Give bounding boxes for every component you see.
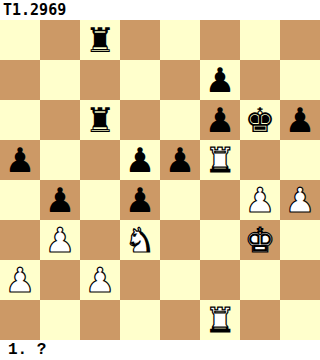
square-e5[interactable]: ♟ [160,140,200,180]
square-b2[interactable] [40,260,80,300]
square-e2[interactable] [160,260,200,300]
piece-black-king-g6[interactable]: ♚ [240,100,280,140]
square-a5[interactable]: ♟ [0,140,40,180]
square-f8[interactable] [200,20,240,60]
square-a1[interactable] [0,300,40,340]
piece-white-pawn-c2[interactable]: ♟ [80,260,120,300]
square-a7[interactable] [0,60,40,100]
square-d8[interactable] [120,20,160,60]
piece-white-rook-f5[interactable]: ♜ [200,140,240,180]
square-d1[interactable] [120,300,160,340]
square-e7[interactable] [160,60,200,100]
square-d4[interactable]: ♟ [120,180,160,220]
move-prompt: 1. ? [0,340,320,360]
piece-white-pawn-g4[interactable]: ♟ [240,180,280,220]
square-f2[interactable] [200,260,240,300]
piece-white-knight-d3[interactable]: ♞ [120,220,160,260]
square-h3[interactable] [280,220,320,260]
square-b6[interactable] [40,100,80,140]
square-b4[interactable]: ♟ [40,180,80,220]
square-e4[interactable] [160,180,200,220]
square-b5[interactable] [40,140,80,180]
square-h6[interactable]: ♟ [280,100,320,140]
piece-black-rook-c8[interactable]: ♜ [80,20,120,60]
square-e8[interactable] [160,20,200,60]
square-c6[interactable]: ♜ [80,100,120,140]
square-e6[interactable] [160,100,200,140]
square-d7[interactable] [120,60,160,100]
square-e3[interactable] [160,220,200,260]
square-a6[interactable] [0,100,40,140]
square-h8[interactable] [280,20,320,60]
square-e1[interactable] [160,300,200,340]
piece-black-pawn-f6[interactable]: ♟ [200,100,240,140]
piece-black-rook-c6[interactable]: ♜ [80,100,120,140]
square-h1[interactable] [280,300,320,340]
chess-board: ♜♟♜♟♚♟♟♟♟♜♟♟♟♟♟♞♚♟♟♜ [0,20,320,340]
square-d3[interactable]: ♞ [120,220,160,260]
piece-black-pawn-h6[interactable]: ♟ [280,100,320,140]
square-f1[interactable]: ♜ [200,300,240,340]
piece-black-pawn-e5[interactable]: ♟ [160,140,200,180]
piece-white-pawn-a2[interactable]: ♟ [0,260,40,300]
piece-white-pawn-b3[interactable]: ♟ [40,220,80,260]
square-g6[interactable]: ♚ [240,100,280,140]
square-d6[interactable] [120,100,160,140]
piece-white-rook-f1[interactable]: ♜ [200,300,240,340]
square-c4[interactable] [80,180,120,220]
square-h4[interactable]: ♟ [280,180,320,220]
square-b3[interactable]: ♟ [40,220,80,260]
square-c8[interactable]: ♜ [80,20,120,60]
square-g8[interactable] [240,20,280,60]
piece-black-pawn-d5[interactable]: ♟ [120,140,160,180]
piece-white-king-g3[interactable]: ♚ [240,220,280,260]
square-f7[interactable]: ♟ [200,60,240,100]
square-a3[interactable] [0,220,40,260]
square-h2[interactable] [280,260,320,300]
square-d2[interactable] [120,260,160,300]
square-g2[interactable] [240,260,280,300]
square-f3[interactable] [200,220,240,260]
square-g3[interactable]: ♚ [240,220,280,260]
square-f5[interactable]: ♜ [200,140,240,180]
square-f6[interactable]: ♟ [200,100,240,140]
square-b8[interactable] [40,20,80,60]
square-a4[interactable] [0,180,40,220]
square-c5[interactable] [80,140,120,180]
square-g4[interactable]: ♟ [240,180,280,220]
piece-black-pawn-d4[interactable]: ♟ [120,180,160,220]
square-g7[interactable] [240,60,280,100]
square-c3[interactable] [80,220,120,260]
square-c7[interactable] [80,60,120,100]
square-d5[interactable]: ♟ [120,140,160,180]
piece-white-pawn-h4[interactable]: ♟ [280,180,320,220]
piece-black-pawn-f7[interactable]: ♟ [200,60,240,100]
square-b1[interactable] [40,300,80,340]
square-a2[interactable]: ♟ [0,260,40,300]
square-f4[interactable] [200,180,240,220]
square-c2[interactable]: ♟ [80,260,120,300]
square-a8[interactable] [0,20,40,60]
square-h7[interactable] [280,60,320,100]
piece-black-pawn-b4[interactable]: ♟ [40,180,80,220]
square-h5[interactable] [280,140,320,180]
square-c1[interactable] [80,300,120,340]
problem-id: T1.2969 [0,0,320,20]
square-g5[interactable] [240,140,280,180]
square-g1[interactable] [240,300,280,340]
piece-black-pawn-a5[interactable]: ♟ [0,140,40,180]
square-b7[interactable] [40,60,80,100]
